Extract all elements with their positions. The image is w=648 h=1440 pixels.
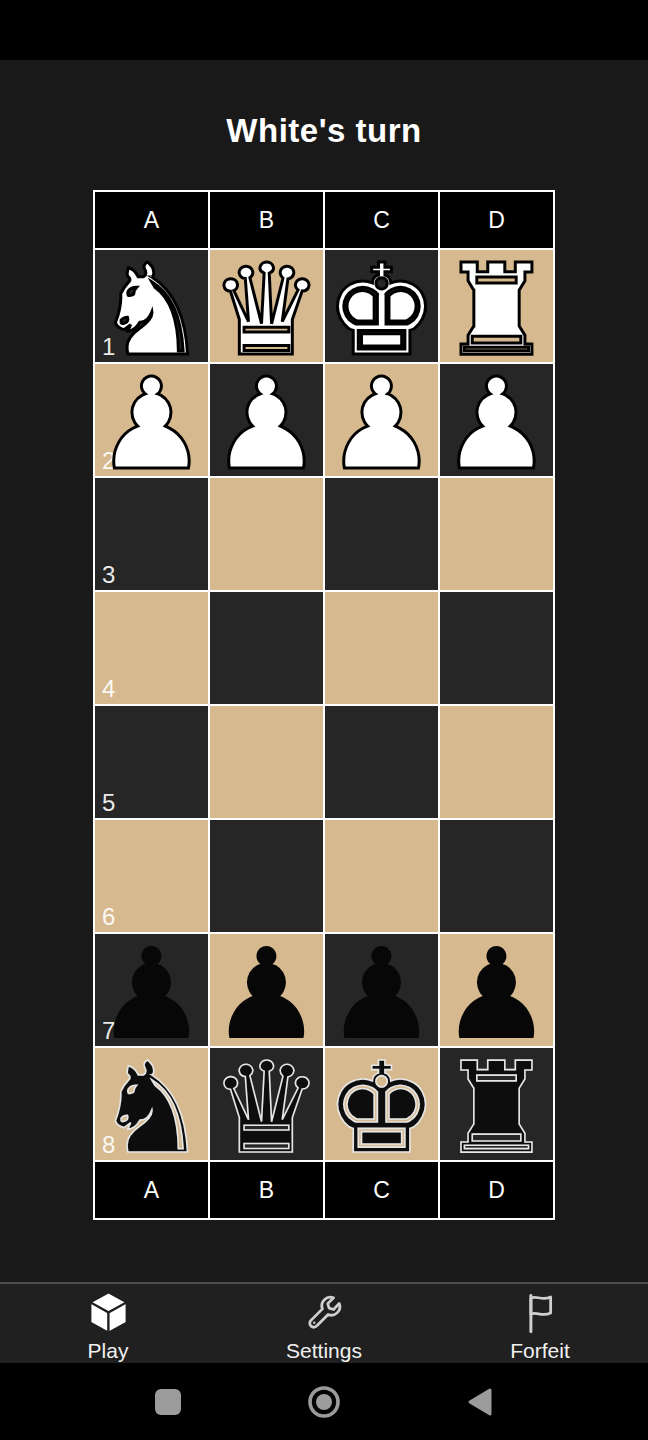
- square-b3[interactable]: [210, 478, 323, 590]
- square-icon: [151, 1385, 185, 1419]
- chess-board: ABCD1♞♛♚♜2♟♟♟♟34567♟♟♟♟8♞♛♚♜ABCD: [93, 190, 555, 1220]
- rank-label-4: 4: [102, 677, 115, 701]
- nav-settings-button[interactable]: Settings: [216, 1284, 432, 1363]
- triangle-icon: [463, 1385, 497, 1419]
- square-d6[interactable]: [440, 820, 553, 932]
- square-d8[interactable]: ♜: [440, 1048, 553, 1160]
- square-a4[interactable]: 4: [95, 592, 208, 704]
- back-button[interactable]: [463, 1385, 497, 1419]
- square-b7[interactable]: ♟: [210, 934, 323, 1046]
- piece-black-rook: ♜: [440, 1046, 553, 1172]
- square-a7[interactable]: 7♟: [95, 934, 208, 1046]
- piece-black-knight: ♞: [95, 1046, 208, 1172]
- square-c1[interactable]: ♚: [325, 250, 438, 362]
- recents-button[interactable]: [151, 1385, 185, 1419]
- bottom-nav: Play Settings Forfeit: [0, 1282, 648, 1363]
- square-d7[interactable]: ♟: [440, 934, 553, 1046]
- square-c8[interactable]: ♚: [325, 1048, 438, 1160]
- android-nav-bar: [0, 1363, 648, 1440]
- square-a6[interactable]: 6: [95, 820, 208, 932]
- rank-label-5: 5: [102, 791, 115, 815]
- square-c4[interactable]: [325, 592, 438, 704]
- square-d3[interactable]: [440, 478, 553, 590]
- square-c3[interactable]: [325, 478, 438, 590]
- square-d2[interactable]: ♟: [440, 364, 553, 476]
- piece-white-pawn: ♟: [210, 362, 323, 488]
- piece-black-king: ♚: [325, 1046, 438, 1172]
- nav-forfeit-button[interactable]: Forfeit: [432, 1284, 648, 1363]
- turn-indicator: White's turn: [0, 112, 648, 150]
- status-bar: [0, 0, 648, 60]
- cube-icon: [85, 1289, 132, 1336]
- square-a2[interactable]: 2♟: [95, 364, 208, 476]
- piece-white-pawn: ♟: [325, 362, 438, 488]
- square-c2[interactable]: ♟: [325, 364, 438, 476]
- square-b6[interactable]: [210, 820, 323, 932]
- nav-settings-label: Settings: [286, 1339, 362, 1363]
- square-d5[interactable]: [440, 706, 553, 818]
- wrench-icon: [301, 1289, 348, 1336]
- square-b4[interactable]: [210, 592, 323, 704]
- nav-play-label: Play: [88, 1339, 129, 1363]
- circle-icon: [306, 1384, 342, 1420]
- square-a1[interactable]: 1♞: [95, 250, 208, 362]
- square-b1[interactable]: ♛: [210, 250, 323, 362]
- home-button[interactable]: [306, 1384, 342, 1420]
- square-c5[interactable]: [325, 706, 438, 818]
- nav-forfeit-label: Forfeit: [510, 1339, 570, 1363]
- square-b8[interactable]: ♛: [210, 1048, 323, 1160]
- square-a3[interactable]: 3: [95, 478, 208, 590]
- rank-label-3: 3: [102, 563, 115, 587]
- flag-icon: [517, 1289, 564, 1336]
- piece-black-queen: ♛: [210, 1046, 323, 1172]
- square-d1[interactable]: ♜: [440, 250, 553, 362]
- square-c6[interactable]: [325, 820, 438, 932]
- nav-play-button[interactable]: Play: [0, 1284, 216, 1363]
- square-b2[interactable]: ♟: [210, 364, 323, 476]
- piece-white-pawn: ♟: [440, 362, 553, 488]
- square-c7[interactable]: ♟: [325, 934, 438, 1046]
- piece-white-pawn: ♟: [95, 362, 208, 488]
- square-a5[interactable]: 5: [95, 706, 208, 818]
- square-d4[interactable]: [440, 592, 553, 704]
- square-a8[interactable]: 8♞: [95, 1048, 208, 1160]
- square-b5[interactable]: [210, 706, 323, 818]
